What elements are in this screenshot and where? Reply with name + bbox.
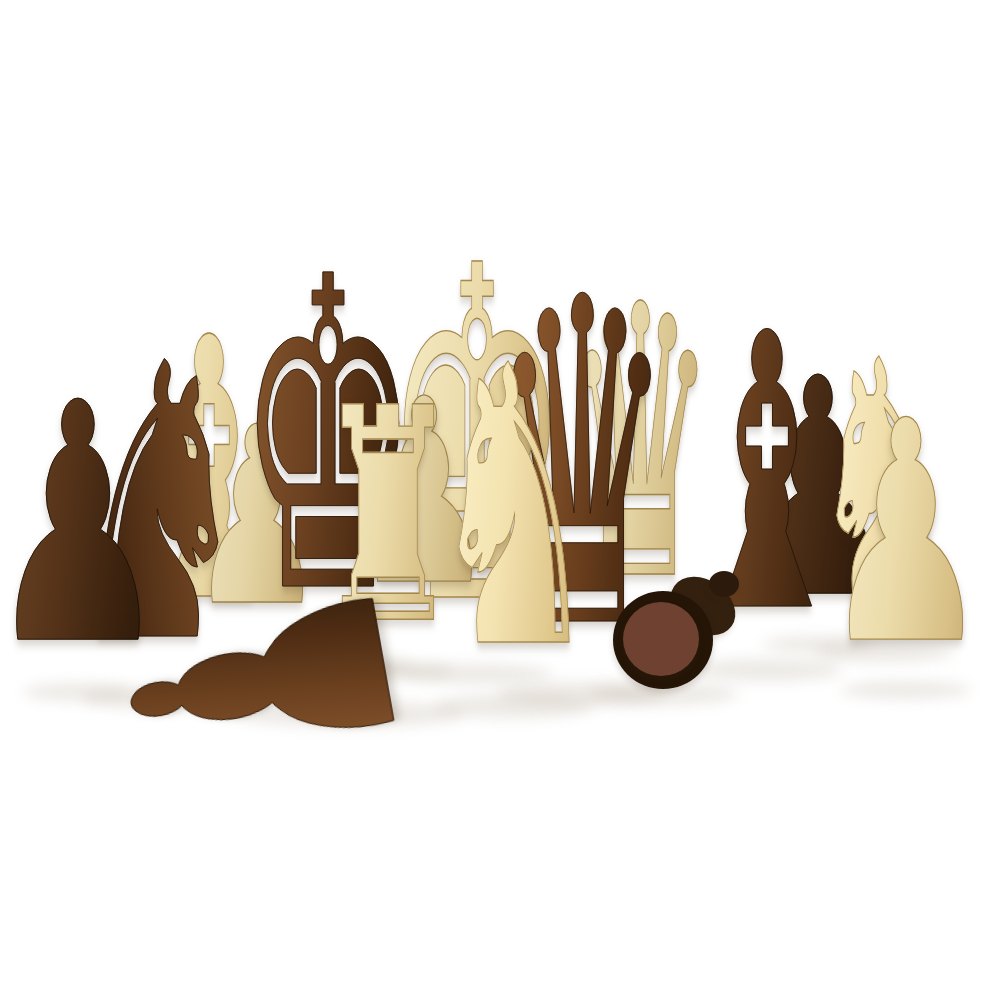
photo-scene: ♟♞♝♟♚♟♜♚♞♛♛♝♟♞♟♟ [0, 0, 1000, 1000]
fallen-piece-knob [709, 571, 739, 597]
fallen-piece-base-felt [623, 602, 699, 676]
light-pawn-right: ♟ [821, 381, 991, 686]
